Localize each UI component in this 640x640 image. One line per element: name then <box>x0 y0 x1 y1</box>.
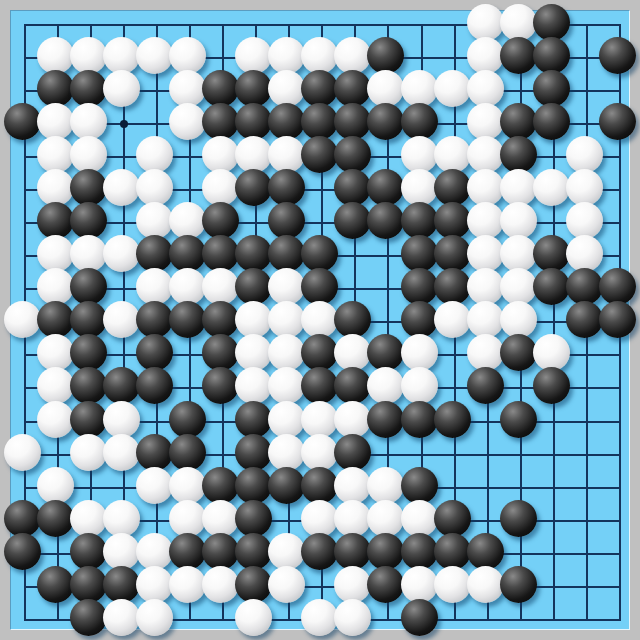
white-stone <box>533 169 570 206</box>
black-stone <box>599 37 636 74</box>
white-stone <box>500 268 537 305</box>
black-stone <box>500 566 537 603</box>
white-stone <box>136 599 173 636</box>
white-stone <box>169 70 206 107</box>
white-stone <box>103 301 140 338</box>
white-stone <box>169 103 206 140</box>
black-stone <box>334 169 371 206</box>
white-stone <box>4 301 41 338</box>
white-stone <box>37 467 74 504</box>
black-stone <box>301 467 338 504</box>
black-stone <box>169 235 206 272</box>
black-stone <box>235 103 272 140</box>
white-stone <box>301 434 338 471</box>
black-stone <box>70 334 107 371</box>
black-stone <box>367 103 404 140</box>
white-stone <box>334 467 371 504</box>
black-stone <box>4 500 41 537</box>
white-stone <box>500 235 537 272</box>
white-stone <box>434 566 471 603</box>
white-stone <box>268 70 305 107</box>
black-stone <box>401 401 438 438</box>
white-stone <box>268 136 305 173</box>
black-stone <box>70 533 107 570</box>
white-stone <box>467 70 504 107</box>
white-stone <box>467 334 504 371</box>
white-stone <box>367 70 404 107</box>
black-stone <box>599 268 636 305</box>
black-stone <box>401 533 438 570</box>
black-stone <box>169 434 206 471</box>
white-stone <box>37 136 74 173</box>
black-stone <box>70 169 107 206</box>
black-stone <box>334 533 371 570</box>
white-stone <box>334 599 371 636</box>
black-stone <box>70 301 107 338</box>
white-stone <box>136 268 173 305</box>
white-stone <box>268 401 305 438</box>
black-stone <box>169 301 206 338</box>
black-stone <box>235 467 272 504</box>
white-stone <box>70 500 107 537</box>
white-stone <box>301 599 338 636</box>
black-stone <box>334 103 371 140</box>
white-stone <box>367 467 404 504</box>
black-stone <box>202 70 239 107</box>
black-stone <box>301 136 338 173</box>
black-stone <box>169 533 206 570</box>
black-stone <box>37 70 74 107</box>
white-stone <box>434 70 471 107</box>
black-stone <box>169 401 206 438</box>
go-app-window <box>0 0 640 640</box>
white-stone <box>533 334 570 371</box>
black-stone <box>235 268 272 305</box>
white-stone <box>37 235 74 272</box>
black-stone <box>533 4 570 41</box>
black-stone <box>301 533 338 570</box>
black-stone <box>434 268 471 305</box>
black-stone <box>202 301 239 338</box>
black-stone <box>70 566 107 603</box>
black-stone <box>367 533 404 570</box>
white-stone <box>401 334 438 371</box>
white-stone <box>136 37 173 74</box>
black-stone <box>235 500 272 537</box>
white-stone <box>37 103 74 140</box>
black-stone <box>136 334 173 371</box>
white-stone <box>169 566 206 603</box>
white-stone <box>70 434 107 471</box>
black-stone <box>268 169 305 206</box>
black-stone <box>235 235 272 272</box>
black-stone <box>301 70 338 107</box>
black-stone <box>235 434 272 471</box>
black-stone <box>235 533 272 570</box>
black-stone <box>401 103 438 140</box>
black-stone <box>334 70 371 107</box>
white-stone <box>500 301 537 338</box>
white-stone <box>235 37 272 74</box>
black-stone <box>401 599 438 636</box>
black-stone <box>202 533 239 570</box>
black-stone <box>268 467 305 504</box>
white-stone <box>169 37 206 74</box>
black-stone <box>533 367 570 404</box>
black-stone <box>235 566 272 603</box>
black-stone <box>500 500 537 537</box>
black-stone <box>367 401 404 438</box>
black-stone <box>70 367 107 404</box>
go-board-panel <box>10 10 630 630</box>
white-stone <box>103 401 140 438</box>
white-stone <box>136 169 173 206</box>
black-stone <box>334 136 371 173</box>
white-stone <box>367 500 404 537</box>
white-stone <box>467 169 504 206</box>
white-stone <box>202 169 239 206</box>
white-stone <box>268 37 305 74</box>
black-stone <box>4 103 41 140</box>
black-stone <box>500 334 537 371</box>
black-stone <box>301 235 338 272</box>
white-stone <box>301 401 338 438</box>
black-stone <box>202 103 239 140</box>
white-stone <box>334 500 371 537</box>
black-stone <box>401 467 438 504</box>
white-stone <box>103 533 140 570</box>
black-stone <box>202 235 239 272</box>
white-stone <box>37 401 74 438</box>
black-stone <box>566 268 603 305</box>
black-stone <box>467 367 504 404</box>
black-stone <box>202 202 239 239</box>
black-stone <box>4 533 41 570</box>
black-stone <box>367 37 404 74</box>
white-stone <box>467 4 504 41</box>
black-stone <box>434 500 471 537</box>
black-stone <box>533 103 570 140</box>
white-stone <box>70 235 107 272</box>
white-stone <box>500 202 537 239</box>
white-stone <box>103 235 140 272</box>
white-stone <box>401 500 438 537</box>
white-stone <box>301 37 338 74</box>
black-stone <box>500 136 537 173</box>
white-stone <box>434 301 471 338</box>
white-stone <box>500 169 537 206</box>
black-stone <box>434 533 471 570</box>
white-stone <box>169 268 206 305</box>
white-stone <box>202 566 239 603</box>
black-stone <box>467 533 504 570</box>
white-stone <box>268 434 305 471</box>
white-stone <box>235 301 272 338</box>
black-stone <box>136 301 173 338</box>
black-stone <box>136 367 173 404</box>
black-stone <box>37 202 74 239</box>
black-stone <box>500 37 537 74</box>
black-stone <box>268 202 305 239</box>
black-stone <box>367 169 404 206</box>
black-stone <box>434 401 471 438</box>
black-stone <box>235 401 272 438</box>
white-stone <box>467 103 504 140</box>
white-stone <box>169 202 206 239</box>
black-stone <box>103 367 140 404</box>
black-stone <box>70 599 107 636</box>
black-stone <box>268 103 305 140</box>
black-stone <box>533 235 570 272</box>
white-stone <box>103 599 140 636</box>
white-stone <box>334 401 371 438</box>
white-stone <box>268 533 305 570</box>
white-stone <box>103 70 140 107</box>
black-stone <box>566 301 603 338</box>
white-stone <box>136 467 173 504</box>
white-stone <box>401 70 438 107</box>
white-stone <box>401 367 438 404</box>
white-stone <box>500 4 537 41</box>
white-stone <box>103 500 140 537</box>
black-stone <box>401 202 438 239</box>
white-stone <box>136 136 173 173</box>
white-stone <box>202 268 239 305</box>
white-stone <box>37 334 74 371</box>
white-stone <box>235 599 272 636</box>
white-stone <box>70 136 107 173</box>
white-stone <box>566 136 603 173</box>
white-stone <box>467 37 504 74</box>
white-stone <box>334 37 371 74</box>
white-stone <box>136 202 173 239</box>
black-stone <box>533 268 570 305</box>
white-stone <box>235 136 272 173</box>
black-stone <box>334 434 371 471</box>
white-stone <box>37 268 74 305</box>
black-stone <box>434 202 471 239</box>
white-stone <box>202 500 239 537</box>
white-stone <box>136 566 173 603</box>
black-stone <box>202 467 239 504</box>
black-stone <box>401 235 438 272</box>
white-stone <box>136 533 173 570</box>
black-stone <box>301 103 338 140</box>
black-stone <box>599 301 636 338</box>
white-stone <box>4 434 41 471</box>
black-stone <box>70 268 107 305</box>
white-stone <box>70 103 107 140</box>
white-stone <box>467 268 504 305</box>
white-stone <box>202 136 239 173</box>
white-stone <box>103 434 140 471</box>
white-stone <box>467 202 504 239</box>
black-stone <box>533 70 570 107</box>
white-stone <box>401 136 438 173</box>
star-point <box>120 120 128 128</box>
black-stone <box>235 169 272 206</box>
black-stone <box>401 268 438 305</box>
black-stone <box>235 70 272 107</box>
black-stone <box>70 401 107 438</box>
black-stone <box>500 103 537 140</box>
white-stone <box>467 235 504 272</box>
black-stone <box>434 169 471 206</box>
white-stone <box>268 566 305 603</box>
black-stone <box>533 37 570 74</box>
white-stone <box>70 37 107 74</box>
white-stone <box>103 37 140 74</box>
white-stone <box>566 202 603 239</box>
black-stone <box>37 566 74 603</box>
black-stone <box>103 566 140 603</box>
black-stone <box>37 500 74 537</box>
black-stone <box>70 70 107 107</box>
black-stone <box>268 235 305 272</box>
white-stone <box>334 566 371 603</box>
black-stone <box>500 401 537 438</box>
white-stone <box>401 169 438 206</box>
black-stone <box>70 202 107 239</box>
white-stone <box>37 169 74 206</box>
white-stone <box>37 37 74 74</box>
black-stone <box>136 235 173 272</box>
white-stone <box>467 136 504 173</box>
go-board[interactable] <box>1 1 640 640</box>
black-stone <box>367 566 404 603</box>
white-stone <box>103 169 140 206</box>
black-stone <box>37 301 74 338</box>
white-stone <box>169 500 206 537</box>
white-stone <box>434 136 471 173</box>
white-stone <box>301 500 338 537</box>
white-stone <box>566 235 603 272</box>
white-stone <box>401 566 438 603</box>
white-stone <box>37 367 74 404</box>
white-stone <box>467 301 504 338</box>
black-stone <box>434 235 471 272</box>
black-stone <box>599 103 636 140</box>
white-stone <box>169 467 206 504</box>
white-stone <box>467 566 504 603</box>
black-stone <box>401 301 438 338</box>
white-stone <box>566 169 603 206</box>
black-stone <box>136 434 173 471</box>
